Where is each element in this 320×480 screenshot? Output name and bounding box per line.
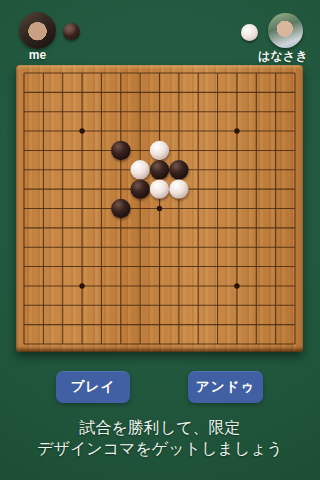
player-avatar-me xyxy=(19,12,56,49)
stone-black xyxy=(169,160,188,179)
stone-white xyxy=(150,141,169,160)
play-button[interactable]: プレイ xyxy=(56,371,130,403)
stone-white xyxy=(169,179,188,198)
board-svg xyxy=(16,65,303,352)
stone-black xyxy=(130,179,149,198)
white-stone-icon xyxy=(241,24,258,41)
stone-black xyxy=(111,199,130,218)
player-avatar-opponent xyxy=(268,13,303,48)
player-name-me: me xyxy=(10,48,65,62)
stone-black xyxy=(111,141,130,160)
promo-text: 試合を勝利して、限定 デザインコマをゲットしましょう xyxy=(0,418,320,459)
gomoku-board[interactable] xyxy=(16,65,303,352)
player-name-opponent: はなさき xyxy=(253,48,313,65)
game-screen: me はなさき xyxy=(0,0,320,480)
promo-line-1: 試合を勝利して、限定 xyxy=(0,418,320,439)
stone-white xyxy=(150,179,169,198)
stone-white xyxy=(130,160,149,179)
promo-line-2: デザインコマをゲットしましょう xyxy=(0,439,320,460)
stone-black xyxy=(150,160,169,179)
undo-button[interactable]: アンドゥ xyxy=(188,371,263,403)
black-stone-icon xyxy=(63,23,80,40)
